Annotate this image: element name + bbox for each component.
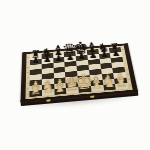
piece-black-pawn-d7: ♟ — [66, 53, 75, 61]
square-a1: ♜ — [29, 90, 41, 97]
piece-black-pawn-c7: ♟ — [54, 54, 62, 62]
piece-black-pawn-f7: ♟ — [88, 51, 97, 59]
board-grid: ♜♞♝♛♚♝♞♜♟♟♟♟♟♟♟♟♟♟♟♟♟♟♟♟♜♞♝♛♚♝♞♜ — [29, 47, 128, 97]
product-photo: abcdefgh abcdefgh 87654321 87654321 ♜♞♝♛… — [0, 0, 150, 150]
piece-white-rook-h1: ♜ — [115, 77, 128, 89]
square-h7: ♟ — [110, 52, 122, 58]
piece-black-pawn-b7: ♟ — [43, 55, 51, 63]
square-g7: ♟ — [99, 53, 111, 59]
square-g1: ♞ — [103, 84, 116, 91]
piece-white-rook-a1: ♜ — [30, 84, 41, 96]
piece-black-pawn-h7: ♟ — [111, 49, 120, 57]
square-a7: ♟ — [30, 59, 42, 65]
piece-black-pawn-a7: ♟ — [32, 56, 40, 64]
piece-black-pawn-g7: ♟ — [100, 50, 109, 58]
piece-black-pawn-e7: ♟ — [77, 52, 86, 60]
chess-board: abcdefgh abcdefgh 87654321 87654321 ♜♞♝♛… — [20, 43, 138, 102]
square-h1: ♜ — [115, 83, 128, 90]
